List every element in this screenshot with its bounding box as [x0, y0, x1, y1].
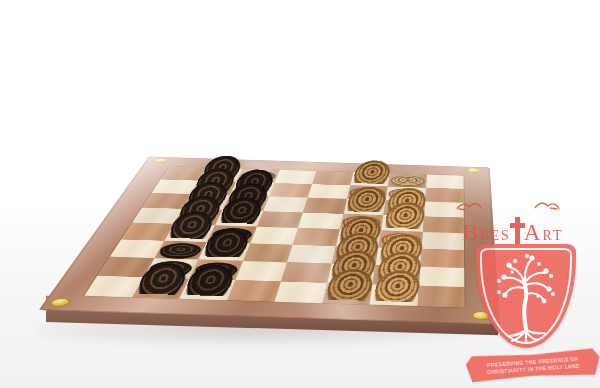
product-photo: Bles Art Preserving the presence o [0, 0, 600, 388]
brass-pin-far-right [466, 168, 481, 174]
dark-piece [157, 243, 205, 258]
square-d7 [269, 183, 312, 198]
cross-icon [515, 217, 520, 247]
square-d3 [243, 243, 293, 262]
square-d4 [250, 227, 298, 245]
brass-pin-far-left [152, 158, 170, 163]
dark-piece [134, 263, 191, 300]
square-e1 [274, 281, 326, 303]
square-e5 [298, 212, 343, 229]
olive-tree-icon [484, 250, 568, 342]
square-c1 [179, 278, 235, 300]
square-c5 [215, 210, 263, 227]
square-e8 [312, 171, 353, 185]
square-a4 [121, 223, 173, 241]
square-e4 [293, 228, 340, 246]
light-piece [390, 175, 426, 187]
blestart-watermark: Bles Art Preserving the presence o [428, 198, 600, 388]
square-f6 [343, 199, 385, 215]
square-d1 [227, 280, 281, 302]
square-g1 [369, 284, 418, 306]
square-e6 [303, 198, 347, 214]
brand-wordmark: Bles Art [428, 210, 598, 246]
brass-pin-near-left [47, 298, 73, 307]
motto-ribbon: Preserving the presence of Christianity … [465, 347, 600, 383]
square-g5 [381, 215, 424, 232]
board-grid [84, 166, 464, 307]
square-d2 [235, 261, 287, 281]
square-c3 [198, 242, 249, 261]
square-e7 [308, 184, 350, 199]
square-f1 [322, 283, 373, 305]
square-h8 [426, 174, 464, 188]
square-d8 [274, 170, 316, 184]
light-piece [351, 160, 393, 187]
dark-piece [200, 228, 252, 261]
square-d5 [257, 211, 303, 228]
square-g8 [388, 173, 427, 187]
square-a3 [110, 239, 164, 258]
square-e2 [281, 262, 331, 282]
square-d6 [263, 197, 308, 213]
brand-text-bles: Bles [463, 220, 511, 246]
brand-text-art: Art [524, 220, 564, 246]
shield-emblem [476, 244, 576, 348]
square-e3 [287, 245, 336, 264]
square-f8 [350, 172, 390, 186]
